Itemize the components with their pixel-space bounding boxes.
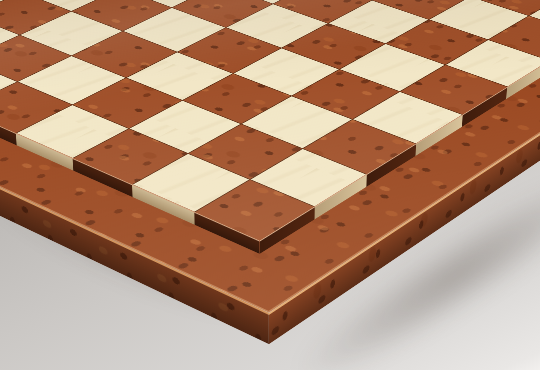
studio-backdrop (0, 0, 540, 370)
product-photo-chessboard (0, 0, 540, 370)
